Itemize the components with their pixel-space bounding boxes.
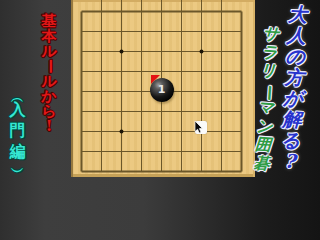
star-point [200, 50, 204, 54]
left-subtitle-vertical-text: ︵入門編︶ [7, 91, 28, 176]
cursor-hover-cell[interactable] [195, 121, 207, 134]
star-point [120, 130, 124, 134]
vertical-text-char: ︶ [11, 165, 24, 176]
go-board[interactable]: 1 [71, 0, 255, 177]
vertical-text-char: 碁 [253, 155, 270, 175]
right-title-vertical-text: 大人の方が解る? [278, 4, 309, 173]
left-title-vertical-text: 基本ルールから! [39, 14, 59, 134]
vertical-text-char: ー [257, 82, 277, 99]
mouse-cursor-icon [195, 121, 204, 133]
vertical-text-char: ! [46, 119, 53, 134]
right-subtitle-vertical-text: サラリーマン囲碁 [251, 25, 282, 174]
vertical-text-char: 入 [10, 102, 26, 123]
vertical-text-char: 編 [10, 144, 26, 165]
star-point [120, 50, 124, 54]
vertical-text-char: 門 [10, 123, 26, 144]
vertical-text-char: ー [42, 59, 57, 74]
move-number: 1 [158, 84, 166, 95]
black-stone-move-1: 1 [150, 78, 174, 102]
vertical-text-char: リ [259, 62, 277, 82]
vertical-text-char: ル [41, 44, 56, 59]
vertical-text-char: ? [284, 152, 296, 174]
